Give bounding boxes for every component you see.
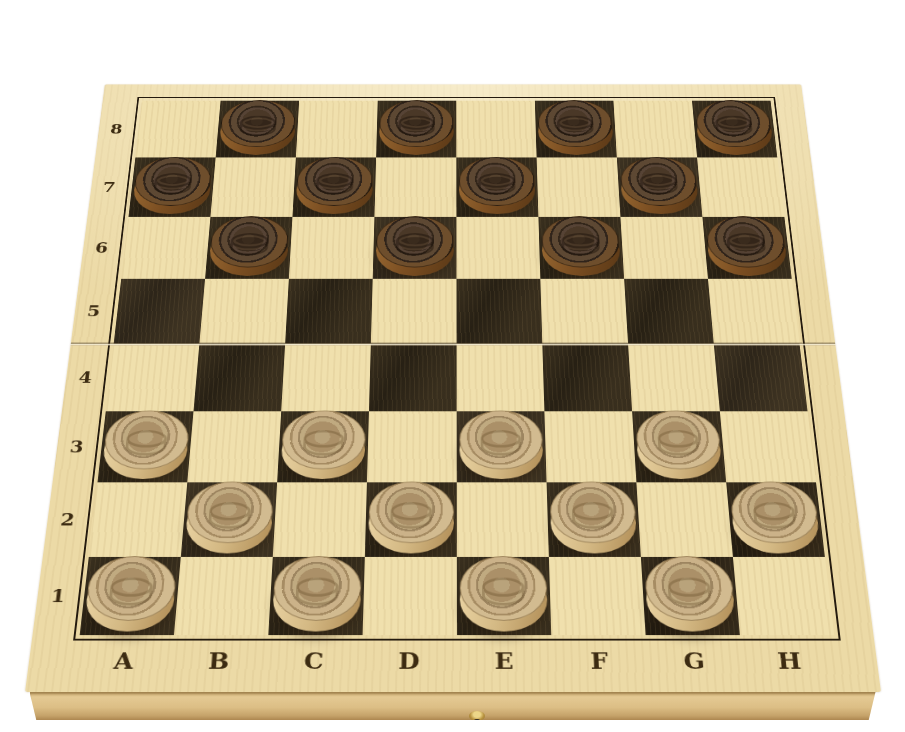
square-h5[interactable] <box>707 279 799 344</box>
piece-white-h2[interactable]: ⛀ <box>728 481 821 553</box>
piece-black-h8[interactable]: ⛂ <box>694 100 774 155</box>
square-d1[interactable] <box>362 557 456 635</box>
square-g8[interactable] <box>613 101 697 158</box>
piece-top: ⛂ <box>375 216 453 267</box>
square-c2[interactable] <box>272 482 366 557</box>
piece-top: ⛂ <box>208 216 289 267</box>
checker-glyph: ⛀ <box>644 556 734 619</box>
square-e6[interactable] <box>456 217 540 279</box>
piece-top: ⛀ <box>643 556 735 621</box>
square-c8[interactable] <box>295 101 377 158</box>
piece-top: ⛂ <box>458 156 535 205</box>
checker-glyph: ⛂ <box>538 100 613 146</box>
square-h4[interactable] <box>713 344 807 412</box>
square-d2[interactable]: ⛀ <box>364 482 456 557</box>
piece-white-a1[interactable]: ⛀ <box>83 556 178 631</box>
square-c3[interactable]: ⛀ <box>277 411 369 482</box>
file-label-b: B <box>198 648 240 675</box>
piece-white-e3[interactable]: ⛀ <box>459 410 543 479</box>
square-e8[interactable] <box>456 101 536 158</box>
clasp-hook-icon <box>474 719 480 728</box>
rank-label-8: 8 <box>101 120 131 138</box>
square-a3[interactable]: ⛀ <box>97 411 193 482</box>
square-f6[interactable]: ⛂ <box>538 217 624 279</box>
piece-top: ⛀ <box>549 481 637 543</box>
square-a6[interactable] <box>121 217 210 279</box>
piece-top: ⛂ <box>540 216 620 267</box>
rank-label-1: 1 <box>39 583 75 608</box>
square-g5[interactable] <box>624 279 714 344</box>
square-f5[interactable] <box>540 279 628 344</box>
square-a5[interactable] <box>113 279 204 344</box>
file-label-h: H <box>768 648 810 675</box>
piece-top: ⛂ <box>295 156 373 205</box>
rank-label-2: 2 <box>49 507 84 530</box>
checker-glyph: ⛀ <box>369 482 453 542</box>
piece-top: ⛂ <box>132 156 213 205</box>
checkers-board: ⛂⛂⛂⛂⛂⛂⛂⛂⛂⛂⛂⛂⛀⛀⛀⛀⛀⛀⛀⛀⛀⛀⛀⛀ 87654321 ABCDEF… <box>25 84 881 692</box>
checker-glyph: ⛂ <box>459 157 534 205</box>
file-label-d: D <box>389 648 429 675</box>
checker-glyph: ⛂ <box>296 157 372 205</box>
piece-black-h6[interactable]: ⛂ <box>704 216 788 276</box>
clasp-screw-icon <box>469 711 485 721</box>
square-c4[interactable] <box>281 344 371 412</box>
checker-glyph: ⛀ <box>550 482 636 542</box>
square-d7[interactable] <box>374 157 456 216</box>
square-b5[interactable] <box>199 279 288 344</box>
checker-glyph: ⛀ <box>635 411 720 468</box>
square-b1[interactable] <box>173 557 272 635</box>
checker-glyph: ⛂ <box>695 100 772 146</box>
checker-glyph: ⛂ <box>133 157 212 205</box>
piece-top: ⛀ <box>272 556 362 621</box>
square-f3[interactable] <box>544 411 636 482</box>
square-f1[interactable] <box>548 557 645 635</box>
rank-label-3: 3 <box>59 435 93 457</box>
piece-top: ⛂ <box>378 100 453 147</box>
square-b8[interactable]: ⛂ <box>215 101 299 158</box>
square-d5[interactable] <box>370 279 456 344</box>
piece-top: ⛂ <box>619 156 699 205</box>
square-d4[interactable] <box>368 344 456 412</box>
square-d6[interactable]: ⛂ <box>372 217 456 279</box>
square-f8[interactable]: ⛂ <box>534 101 616 158</box>
checker-glyph: ⛀ <box>281 411 365 468</box>
piece-white-c3[interactable]: ⛀ <box>280 410 366 479</box>
box-side-face <box>30 692 876 720</box>
piece-top: ⛂ <box>704 216 787 267</box>
file-label-c: C <box>293 648 334 675</box>
piece-black-d8[interactable]: ⛂ <box>378 100 453 155</box>
checker-glyph: ⛂ <box>219 100 295 146</box>
square-d8[interactable]: ⛂ <box>376 101 456 158</box>
board-3d-wrap: ⛂⛂⛂⛂⛂⛂⛂⛂⛂⛂⛂⛂⛀⛀⛀⛀⛀⛀⛀⛀⛀⛀⛀⛀ 87654321 ABCDEF… <box>25 0 881 692</box>
square-a8[interactable] <box>135 101 220 158</box>
piece-white-g1[interactable]: ⛀ <box>643 556 736 631</box>
square-e4[interactable] <box>456 344 544 412</box>
square-h8[interactable]: ⛂ <box>691 101 776 158</box>
piece-black-f8[interactable]: ⛂ <box>537 100 614 155</box>
checker-glyph: ⛂ <box>376 216 452 266</box>
square-c5[interactable] <box>285 279 373 344</box>
square-b2[interactable]: ⛀ <box>180 482 276 557</box>
piece-top: ⛀ <box>101 410 190 469</box>
square-g2[interactable] <box>636 482 733 557</box>
board-grid-frame: ⛂⛂⛂⛂⛂⛂⛂⛂⛂⛂⛂⛂⛀⛀⛀⛀⛀⛀⛀⛀⛀⛀⛀⛀ <box>73 97 841 641</box>
square-c1[interactable]: ⛀ <box>268 557 365 635</box>
piece-white-a3[interactable]: ⛀ <box>100 410 190 479</box>
checker-glyph: ⛂ <box>379 100 452 146</box>
rank-label-6: 6 <box>85 238 117 257</box>
square-b6[interactable]: ⛂ <box>205 217 292 279</box>
square-f4[interactable] <box>542 344 632 412</box>
board-grid: ⛂⛂⛂⛂⛂⛂⛂⛂⛂⛂⛂⛂⛀⛀⛀⛀⛀⛀⛀⛀⛀⛀⛀⛀ <box>79 101 834 635</box>
piece-black-f6[interactable]: ⛂ <box>540 216 620 276</box>
square-g4[interactable] <box>628 344 720 412</box>
board-tilt: ⛂⛂⛂⛂⛂⛂⛂⛂⛂⛂⛂⛂⛀⛀⛀⛀⛀⛀⛀⛀⛀⛀⛀⛀ 87654321 ABCDEF… <box>25 84 881 692</box>
piece-black-d6[interactable]: ⛂ <box>375 216 453 276</box>
piece-black-e7[interactable]: ⛂ <box>458 156 535 213</box>
piece-black-b6[interactable]: ⛂ <box>207 216 289 276</box>
square-a4[interactable] <box>105 344 199 412</box>
piece-black-c7[interactable]: ⛂ <box>295 156 373 213</box>
file-label-g: G <box>673 648 715 675</box>
square-f2[interactable]: ⛀ <box>546 482 640 557</box>
square-h6[interactable]: ⛂ <box>702 217 791 279</box>
piece-black-b8[interactable]: ⛂ <box>218 100 296 155</box>
square-b4[interactable] <box>193 344 285 412</box>
rank-label-4: 4 <box>68 366 101 387</box>
piece-top: ⛀ <box>368 481 454 543</box>
square-d3[interactable] <box>366 411 456 482</box>
piece-white-f2[interactable]: ⛀ <box>549 481 637 553</box>
square-e1[interactable]: ⛀ <box>456 557 550 635</box>
piece-black-a7[interactable]: ⛂ <box>131 156 213 213</box>
checker-glyph: ⛂ <box>620 157 698 205</box>
checker-glyph: ⛀ <box>102 411 189 468</box>
checker-glyph: ⛀ <box>85 556 177 619</box>
square-g7[interactable]: ⛂ <box>616 157 702 216</box>
checker-glyph: ⛂ <box>209 216 288 266</box>
square-c7[interactable]: ⛂ <box>292 157 376 216</box>
piece-white-b2[interactable]: ⛀ <box>183 481 273 553</box>
piece-white-d2[interactable]: ⛀ <box>367 481 453 553</box>
square-b7[interactable] <box>210 157 295 216</box>
rank-label-5: 5 <box>77 301 110 321</box>
square-a1[interactable]: ⛀ <box>79 557 180 635</box>
square-f7[interactable] <box>536 157 620 216</box>
piece-top: ⛀ <box>459 410 543 469</box>
checker-glyph: ⛀ <box>460 411 542 468</box>
square-b3[interactable] <box>187 411 281 482</box>
file-label-e: E <box>484 648 524 675</box>
piece-top: ⛂ <box>694 100 773 147</box>
piece-top: ⛀ <box>728 481 819 543</box>
piece-white-c1[interactable]: ⛀ <box>271 556 362 631</box>
checker-glyph: ⛀ <box>460 556 546 619</box>
square-h2[interactable]: ⛀ <box>726 482 825 557</box>
square-e3[interactable]: ⛀ <box>456 411 546 482</box>
piece-top: ⛀ <box>280 410 366 469</box>
piece-top: ⛀ <box>184 481 273 543</box>
file-label-f: F <box>579 648 620 675</box>
square-h1[interactable] <box>732 557 833 635</box>
piece-top: ⛂ <box>537 100 613 147</box>
square-c6[interactable] <box>288 217 374 279</box>
piece-top: ⛀ <box>634 410 721 469</box>
piece-top: ⛀ <box>84 556 178 621</box>
piece-white-e1[interactable]: ⛀ <box>459 556 547 631</box>
checker-glyph: ⛂ <box>541 216 619 266</box>
square-h7[interactable] <box>697 157 784 216</box>
piece-black-g7[interactable]: ⛂ <box>619 156 699 213</box>
square-e7[interactable]: ⛂ <box>456 157 538 216</box>
rank-label-7: 7 <box>93 178 124 197</box>
checker-glyph: ⛀ <box>729 482 818 542</box>
square-g1[interactable]: ⛀ <box>640 557 739 635</box>
square-e5[interactable] <box>456 279 542 344</box>
square-a2[interactable] <box>88 482 187 557</box>
square-e2[interactable] <box>456 482 548 557</box>
square-h3[interactable] <box>719 411 815 482</box>
checker-glyph: ⛀ <box>185 482 272 542</box>
photo-background: ⛂⛂⛂⛂⛂⛂⛂⛂⛂⛂⛂⛂⛀⛀⛀⛀⛀⛀⛀⛀⛀⛀⛀⛀ 87654321 ABCDEF… <box>0 0 905 732</box>
checker-glyph: ⛂ <box>705 216 786 266</box>
piece-white-g3[interactable]: ⛀ <box>634 410 722 479</box>
square-a7[interactable]: ⛂ <box>128 157 215 216</box>
checker-glyph: ⛀ <box>273 556 361 619</box>
file-label-a: A <box>102 648 144 675</box>
piece-top: ⛀ <box>459 556 547 621</box>
square-g3[interactable]: ⛀ <box>632 411 726 482</box>
square-g6[interactable] <box>620 217 708 279</box>
piece-top: ⛂ <box>219 100 297 147</box>
